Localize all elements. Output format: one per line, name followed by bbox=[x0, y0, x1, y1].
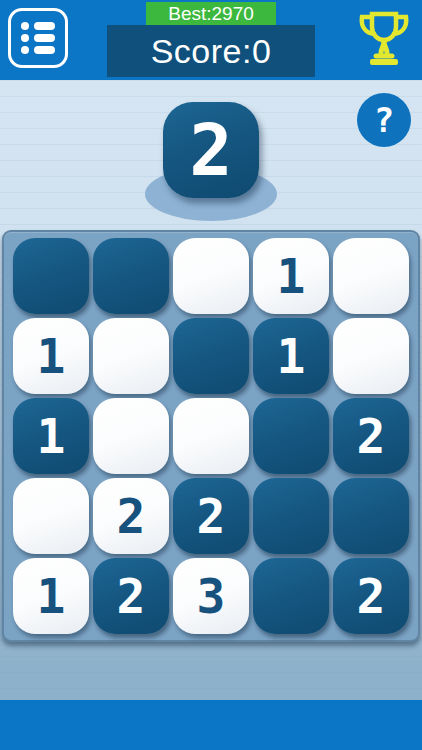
bottom-bar bbox=[0, 700, 422, 750]
play-area: 2 ? 11112221232 bbox=[0, 80, 422, 750]
tile-r4c1[interactable] bbox=[13, 478, 89, 554]
tile-r3c2[interactable] bbox=[93, 398, 169, 474]
menu-button[interactable] bbox=[8, 8, 68, 68]
tile-r3c5[interactable]: 2 bbox=[333, 398, 409, 474]
tile-r4c5[interactable] bbox=[333, 478, 409, 554]
tile-r3c3[interactable] bbox=[173, 398, 249, 474]
tile-r5c3[interactable]: 3 bbox=[173, 558, 249, 634]
board: 11112221232 bbox=[2, 230, 420, 642]
tile-r4c4[interactable] bbox=[253, 478, 329, 554]
tile-r2c4[interactable]: 1 bbox=[253, 318, 329, 394]
tile-r1c3[interactable] bbox=[173, 238, 249, 314]
tile-r4c2[interactable]: 2 bbox=[93, 478, 169, 554]
score-display: Score:0 bbox=[107, 25, 315, 77]
app-screen: Best:2970 Score:0 2 ? 11112221232 bbox=[0, 0, 422, 750]
tile-r5c4[interactable] bbox=[253, 558, 329, 634]
tile-r2c3[interactable] bbox=[173, 318, 249, 394]
tile-r5c5[interactable]: 2 bbox=[333, 558, 409, 634]
tile-r2c1[interactable]: 1 bbox=[13, 318, 89, 394]
tile-r5c2[interactable]: 2 bbox=[93, 558, 169, 634]
next-tile-preview[interactable]: 2 bbox=[163, 102, 259, 198]
header-bar: Best:2970 Score:0 bbox=[0, 0, 422, 80]
leaderboard-button[interactable] bbox=[356, 8, 412, 70]
list-menu-icon bbox=[21, 22, 55, 54]
best-score-badge: Best:2970 bbox=[146, 2, 276, 25]
tile-r2c5[interactable] bbox=[333, 318, 409, 394]
tile-r1c5[interactable] bbox=[333, 238, 409, 314]
trophy-icon bbox=[356, 8, 412, 70]
tile-r1c4[interactable]: 1 bbox=[253, 238, 329, 314]
tile-r1c2[interactable] bbox=[93, 238, 169, 314]
help-button[interactable]: ? bbox=[357, 93, 411, 147]
tile-r4c3[interactable]: 2 bbox=[173, 478, 249, 554]
tile-r5c1[interactable]: 1 bbox=[13, 558, 89, 634]
tile-r1c1[interactable] bbox=[13, 238, 89, 314]
tile-r3c1[interactable]: 1 bbox=[13, 398, 89, 474]
tile-r3c4[interactable] bbox=[253, 398, 329, 474]
tile-r2c2[interactable] bbox=[93, 318, 169, 394]
